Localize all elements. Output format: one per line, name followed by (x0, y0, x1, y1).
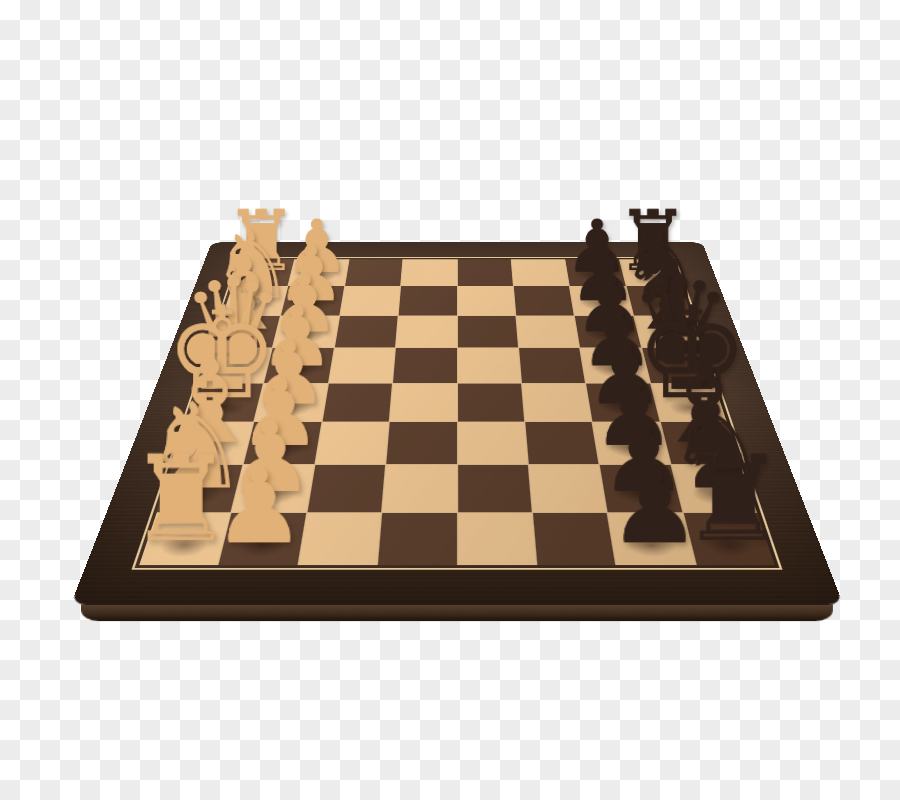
piece-black-rook-h8: ♜ (680, 441, 786, 559)
piece-anchor-h8: ♜ (682, 512, 775, 565)
chess-board: ♜♟♟♜♞♟♟♞♝♟♟♝♛♟♟♛♚♟♟♚♝♟♟♝♞♟♟♞♜♟♟♜ (71, 242, 844, 604)
chess-board-scene: ♜♟♟♜♞♟♟♞♝♟♟♝♛♟♟♛♚♟♟♚♝♟♟♝♞♟♟♞♜♟♟♜ (157, 83, 757, 683)
piece-white-pawn-h2: ♟ (214, 455, 306, 558)
piece-layer: ♜♟♟♜♞♟♟♞♝♟♟♝♛♟♟♛♚♟♟♚♝♟♟♝♞♟♟♞♜♟♟♜ (139, 259, 775, 565)
transparent-checker-background: ♜♟♟♜♞♟♟♞♝♟♟♝♛♟♟♛♚♟♟♚♝♟♟♝♞♟♟♞♜♟♟♜ (0, 0, 900, 800)
piece-anchor-h2: ♟ (219, 512, 307, 565)
board-side-edge (81, 605, 833, 622)
